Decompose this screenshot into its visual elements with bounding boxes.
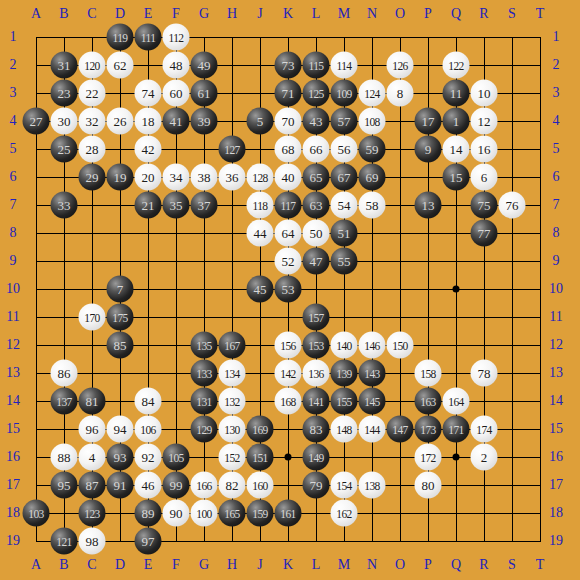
black-stone-move-77-R8[interactable]: 77: [471, 220, 498, 247]
black-stone-move-39-G4[interactable]: 39: [191, 108, 218, 135]
white-stone-move-4-C16[interactable]: 4: [79, 444, 106, 471]
black-stone-move-5-J4[interactable]: 5: [247, 108, 274, 135]
black-stone-move-49-G2[interactable]: 49: [191, 52, 218, 79]
black-stone-move-19-D6[interactable]: 19: [107, 164, 134, 191]
white-stone-move-96-C15[interactable]: 96: [79, 416, 106, 443]
white-stone-move-70-K4[interactable]: 70: [275, 108, 302, 135]
black-stone-move-127-H5[interactable]: 127: [219, 136, 246, 163]
black-stone-move-117-K7[interactable]: 117: [275, 192, 302, 219]
black-stone-move-33-B7[interactable]: 33: [51, 192, 78, 219]
white-stone-move-94-D15[interactable]: 94: [107, 416, 134, 443]
black-stone-move-79-L17[interactable]: 79: [303, 472, 330, 499]
black-stone-move-73-K2[interactable]: 73: [275, 52, 302, 79]
black-stone-move-61-G3[interactable]: 61: [191, 80, 218, 107]
white-stone-move-174-R15[interactable]: 174: [471, 416, 498, 443]
black-stone-move-63-L7[interactable]: 63: [303, 192, 330, 219]
white-stone-move-88-B16[interactable]: 88: [51, 444, 78, 471]
white-stone-move-90-F18[interactable]: 90: [163, 500, 190, 527]
black-stone-move-121-B19[interactable]: 121: [51, 528, 78, 555]
white-stone-move-16-R5[interactable]: 16: [471, 136, 498, 163]
white-stone-move-86-B13[interactable]: 86: [51, 360, 78, 387]
black-stone-move-115-L2[interactable]: 115: [303, 52, 330, 79]
black-stone-move-9-P5[interactable]: 9: [415, 136, 442, 163]
black-stone-move-133-G13[interactable]: 133: [191, 360, 218, 387]
white-stone-move-142-K13[interactable]: 142: [275, 360, 302, 387]
black-stone-move-165-H18[interactable]: 165: [219, 500, 246, 527]
white-stone-move-130-H15[interactable]: 130: [219, 416, 246, 443]
white-stone-move-122-Q2[interactable]: 122: [443, 52, 470, 79]
black-stone-move-15-Q6[interactable]: 15: [443, 164, 470, 191]
black-stone-move-55-M9[interactable]: 55: [331, 248, 358, 275]
black-stone-move-69-N6[interactable]: 69: [359, 164, 386, 191]
black-stone-move-99-F17[interactable]: 99: [163, 472, 190, 499]
white-stone-move-30-B4[interactable]: 30: [51, 108, 78, 135]
black-stone-move-159-J18[interactable]: 159: [247, 500, 274, 527]
white-stone-move-14-Q5[interactable]: 14: [443, 136, 470, 163]
white-stone-move-112-F1[interactable]: 112: [163, 24, 190, 51]
black-stone-move-95-B17[interactable]: 95: [51, 472, 78, 499]
black-stone-move-147-O15[interactable]: 147: [387, 416, 414, 443]
white-stone-move-124-N3[interactable]: 124: [359, 80, 386, 107]
black-stone-move-105-F16[interactable]: 105: [163, 444, 190, 471]
white-stone-move-140-M12[interactable]: 140: [331, 332, 358, 359]
white-stone-move-118-J7[interactable]: 118: [247, 192, 274, 219]
black-stone-move-41-F4[interactable]: 41: [163, 108, 190, 135]
black-stone-move-71-K3[interactable]: 71: [275, 80, 302, 107]
black-stone-move-23-B3[interactable]: 23: [51, 80, 78, 107]
black-stone-move-93-D16[interactable]: 93: [107, 444, 134, 471]
black-stone-move-7-D10[interactable]: 7: [107, 276, 134, 303]
black-stone-move-65-L6[interactable]: 65: [303, 164, 330, 191]
black-stone-move-83-L15[interactable]: 83: [303, 416, 330, 443]
black-stone-move-25-B5[interactable]: 25: [51, 136, 78, 163]
black-stone-move-35-F7[interactable]: 35: [163, 192, 190, 219]
white-stone-move-84-E14[interactable]: 84: [135, 388, 162, 415]
black-stone-move-151-J16[interactable]: 151: [247, 444, 274, 471]
white-stone-move-114-M2[interactable]: 114: [331, 52, 358, 79]
black-stone-move-103-A18[interactable]: 103: [23, 500, 50, 527]
black-stone-move-163-P14[interactable]: 163: [415, 388, 442, 415]
white-stone-move-106-E15[interactable]: 106: [135, 416, 162, 443]
white-stone-move-108-N4[interactable]: 108: [359, 108, 386, 135]
black-stone-move-111-E1[interactable]: 111: [135, 24, 162, 51]
black-stone-move-1-Q4[interactable]: 1: [443, 108, 470, 135]
black-stone-move-161-K18[interactable]: 161: [275, 500, 302, 527]
black-stone-move-13-P7[interactable]: 13: [415, 192, 442, 219]
black-stone-move-167-H12[interactable]: 167: [219, 332, 246, 359]
white-stone-move-152-H16[interactable]: 152: [219, 444, 246, 471]
white-stone-move-156-K12[interactable]: 156: [275, 332, 302, 359]
white-stone-move-28-C5[interactable]: 28: [79, 136, 106, 163]
white-stone-move-54-M7[interactable]: 54: [331, 192, 358, 219]
white-stone-move-148-M15[interactable]: 148: [331, 416, 358, 443]
black-stone-move-141-L14[interactable]: 141: [303, 388, 330, 415]
white-stone-move-8-O3[interactable]: 8: [387, 80, 414, 107]
white-stone-move-158-P13[interactable]: 158: [415, 360, 442, 387]
white-stone-move-172-P16[interactable]: 172: [415, 444, 442, 471]
black-stone-move-131-G14[interactable]: 131: [191, 388, 218, 415]
white-stone-move-32-C4[interactable]: 32: [79, 108, 106, 135]
white-stone-move-138-N17[interactable]: 138: [359, 472, 386, 499]
white-stone-move-120-C2[interactable]: 120: [79, 52, 106, 79]
white-stone-move-60-F3[interactable]: 60: [163, 80, 190, 107]
white-stone-move-66-L5[interactable]: 66: [303, 136, 330, 163]
black-stone-move-97-E19[interactable]: 97: [135, 528, 162, 555]
white-stone-move-126-O2[interactable]: 126: [387, 52, 414, 79]
white-stone-move-76-S7[interactable]: 76: [499, 192, 526, 219]
black-stone-move-169-J15[interactable]: 169: [247, 416, 274, 443]
white-stone-move-100-G18[interactable]: 100: [191, 500, 218, 527]
black-stone-move-175-D11[interactable]: 175: [107, 304, 134, 331]
black-stone-move-21-E7[interactable]: 21: [135, 192, 162, 219]
white-stone-move-58-N7[interactable]: 58: [359, 192, 386, 219]
black-stone-move-59-N5[interactable]: 59: [359, 136, 386, 163]
black-stone-move-43-L4[interactable]: 43: [303, 108, 330, 135]
white-stone-move-18-E4[interactable]: 18: [135, 108, 162, 135]
go-board[interactable]: ABCDEFGHJKLMNOPQRST ABCDEFGHJKLMNOPQRST …: [0, 0, 580, 580]
white-stone-move-162-M18[interactable]: 162: [331, 500, 358, 527]
black-stone-move-109-M3[interactable]: 109: [331, 80, 358, 107]
white-stone-move-2-R16[interactable]: 2: [471, 444, 498, 471]
black-stone-move-137-B14[interactable]: 137: [51, 388, 78, 415]
black-stone-move-135-G12[interactable]: 135: [191, 332, 218, 359]
black-stone-move-27-A4[interactable]: 27: [23, 108, 50, 135]
white-stone-move-80-P17[interactable]: 80: [415, 472, 442, 499]
white-stone-move-42-E5[interactable]: 42: [135, 136, 162, 163]
white-stone-move-38-G6[interactable]: 38: [191, 164, 218, 191]
white-stone-move-40-K6[interactable]: 40: [275, 164, 302, 191]
black-stone-move-129-G15[interactable]: 129: [191, 416, 218, 443]
white-stone-move-64-K8[interactable]: 64: [275, 220, 302, 247]
stones-layer: 1191111123112062484973115114126122232274…: [0, 0, 580, 580]
black-stone-move-143-N13[interactable]: 143: [359, 360, 386, 387]
black-stone-move-155-M14[interactable]: 155: [331, 388, 358, 415]
white-stone-move-170-C11[interactable]: 170: [79, 304, 106, 331]
black-stone-move-89-E18[interactable]: 89: [135, 500, 162, 527]
white-stone-move-82-H17[interactable]: 82: [219, 472, 246, 499]
white-stone-move-134-H13[interactable]: 134: [219, 360, 246, 387]
black-stone-move-31-B2[interactable]: 31: [51, 52, 78, 79]
black-stone-move-53-K10[interactable]: 53: [275, 276, 302, 303]
white-stone-move-132-H14[interactable]: 132: [219, 388, 246, 415]
black-stone-move-125-L3[interactable]: 125: [303, 80, 330, 107]
black-stone-move-139-M13[interactable]: 139: [331, 360, 358, 387]
white-stone-move-74-E3[interactable]: 74: [135, 80, 162, 107]
black-stone-move-67-M6[interactable]: 67: [331, 164, 358, 191]
white-stone-move-56-M5[interactable]: 56: [331, 136, 358, 163]
black-stone-move-91-D17[interactable]: 91: [107, 472, 134, 499]
black-stone-move-123-C18[interactable]: 123: [79, 500, 106, 527]
black-stone-move-119-D1[interactable]: 119: [107, 24, 134, 51]
white-stone-move-34-F6[interactable]: 34: [163, 164, 190, 191]
white-stone-move-12-R4[interactable]: 12: [471, 108, 498, 135]
white-stone-move-6-R6[interactable]: 6: [471, 164, 498, 191]
white-stone-move-168-K14[interactable]: 168: [275, 388, 302, 415]
black-stone-move-149-L16[interactable]: 149: [303, 444, 330, 471]
black-stone-move-85-D12[interactable]: 85: [107, 332, 134, 359]
white-stone-move-62-D2[interactable]: 62: [107, 52, 134, 79]
white-stone-move-20-E6[interactable]: 20: [135, 164, 162, 191]
white-stone-move-46-E17[interactable]: 46: [135, 472, 162, 499]
white-stone-move-48-F2[interactable]: 48: [163, 52, 190, 79]
white-stone-move-98-C19[interactable]: 98: [79, 528, 106, 555]
white-stone-move-166-G17[interactable]: 166: [191, 472, 218, 499]
white-stone-move-160-J17[interactable]: 160: [247, 472, 274, 499]
white-stone-move-50-L8[interactable]: 50: [303, 220, 330, 247]
black-stone-move-81-C14[interactable]: 81: [79, 388, 106, 415]
black-stone-move-47-L9[interactable]: 47: [303, 248, 330, 275]
black-stone-move-17-P4[interactable]: 17: [415, 108, 442, 135]
white-stone-move-22-C3[interactable]: 22: [79, 80, 106, 107]
white-stone-move-154-M17[interactable]: 154: [331, 472, 358, 499]
white-stone-move-68-K5[interactable]: 68: [275, 136, 302, 163]
black-stone-move-51-M8[interactable]: 51: [331, 220, 358, 247]
black-stone-move-171-Q15[interactable]: 171: [443, 416, 470, 443]
black-stone-move-29-C6[interactable]: 29: [79, 164, 106, 191]
white-stone-move-44-J8[interactable]: 44: [247, 220, 274, 247]
white-stone-move-52-K9[interactable]: 52: [275, 248, 302, 275]
black-stone-move-37-G7[interactable]: 37: [191, 192, 218, 219]
black-stone-move-157-L11[interactable]: 157: [303, 304, 330, 331]
white-stone-move-144-N15[interactable]: 144: [359, 416, 386, 443]
white-stone-move-150-O12[interactable]: 150: [387, 332, 414, 359]
black-stone-move-87-C17[interactable]: 87: [79, 472, 106, 499]
white-stone-move-146-N12[interactable]: 146: [359, 332, 386, 359]
black-stone-move-57-M4[interactable]: 57: [331, 108, 358, 135]
black-stone-move-75-R7[interactable]: 75: [471, 192, 498, 219]
black-stone-move-153-L12[interactable]: 153: [303, 332, 330, 359]
white-stone-move-10-R3[interactable]: 10: [471, 80, 498, 107]
white-stone-move-36-H6[interactable]: 36: [219, 164, 246, 191]
white-stone-move-92-E16[interactable]: 92: [135, 444, 162, 471]
white-stone-move-128-J6[interactable]: 128: [247, 164, 274, 191]
white-stone-move-26-D4[interactable]: 26: [107, 108, 134, 135]
white-stone-move-136-L13[interactable]: 136: [303, 360, 330, 387]
black-stone-move-173-P15[interactable]: 173: [415, 416, 442, 443]
black-stone-move-11-Q3[interactable]: 11: [443, 80, 470, 107]
white-stone-move-78-R13[interactable]: 78: [471, 360, 498, 387]
white-stone-move-164-Q14[interactable]: 164: [443, 388, 470, 415]
black-stone-move-45-J10[interactable]: 45: [247, 276, 274, 303]
black-stone-move-145-N14[interactable]: 145: [359, 388, 386, 415]
